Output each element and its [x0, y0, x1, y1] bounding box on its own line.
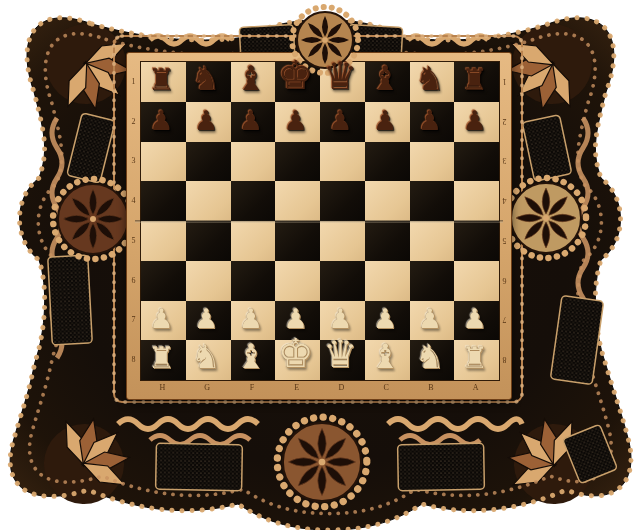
stippled-panel-bottom-right [398, 443, 485, 490]
file-label-c: C [364, 383, 409, 392]
piece-light-pawn-e7[interactable]: ♟ [273, 293, 318, 333]
square-c4[interactable] [365, 181, 410, 221]
piece-light-rook-h8[interactable]: ♜ [139, 333, 184, 373]
piece-light-pawn-f7[interactable]: ♟ [229, 293, 274, 333]
square-a5[interactable] [454, 221, 499, 261]
square-a3[interactable] [454, 142, 499, 182]
piece-dark-rook-h1[interactable]: ♜ [139, 55, 184, 95]
file-label-b: B [409, 383, 454, 392]
square-g3[interactable] [186, 142, 231, 182]
square-c5[interactable] [365, 221, 410, 261]
piece-dark-pawn-g2[interactable]: ♟ [184, 95, 229, 135]
square-b4[interactable] [410, 181, 455, 221]
piece-dark-pawn-h2[interactable]: ♟ [139, 95, 184, 135]
square-f3[interactable] [231, 142, 276, 182]
piece-dark-bishop-f1[interactable]: ♝ [229, 55, 274, 95]
square-f4[interactable] [231, 181, 276, 221]
piece-dark-pawn-a2[interactable]: ♟ [452, 95, 497, 135]
piece-dark-knight-b1[interactable]: ♞ [408, 55, 453, 95]
piece-dark-pawn-d2[interactable]: ♟ [318, 95, 363, 135]
piece-light-king-e8[interactable]: ♚ [273, 333, 318, 373]
square-c3[interactable] [365, 142, 410, 182]
stippled-panel-left-lower [48, 255, 93, 345]
file-label-h: H [140, 383, 185, 392]
rank-label-left-3: 3 [127, 156, 140, 165]
board-fold-seam [135, 220, 503, 223]
piece-dark-bishop-c1[interactable]: ♝ [363, 55, 408, 95]
piece-light-rook-a8[interactable]: ♜ [452, 333, 497, 373]
piece-light-bishop-c8[interactable]: ♝ [363, 333, 408, 373]
piece-light-pawn-d7[interactable]: ♟ [318, 293, 363, 333]
square-h5[interactable] [141, 221, 186, 261]
file-label-a: A [453, 383, 498, 392]
piece-dark-king-e1[interactable]: ♚ [273, 55, 318, 95]
square-h4[interactable] [141, 181, 186, 221]
piece-light-pawn-b7[interactable]: ♟ [408, 293, 453, 333]
file-label-g: G [185, 383, 230, 392]
file-label-d: D [319, 383, 364, 392]
square-d3[interactable] [320, 142, 365, 182]
square-f5[interactable] [231, 221, 276, 261]
rank-label-left-5: 5 [127, 236, 140, 245]
rank-label-left-6: 6 [127, 276, 140, 285]
piece-light-pawn-c7[interactable]: ♟ [363, 293, 408, 333]
piece-dark-pawn-e2[interactable]: ♟ [273, 95, 318, 135]
piece-light-knight-b8[interactable]: ♞ [408, 333, 453, 373]
piece-light-knight-g8[interactable]: ♞ [184, 333, 229, 373]
square-a4[interactable] [454, 181, 499, 221]
square-d5[interactable] [320, 221, 365, 261]
square-b5[interactable] [410, 221, 455, 261]
square-e5[interactable] [275, 221, 320, 261]
piece-light-bishop-f8[interactable]: ♝ [229, 333, 274, 373]
square-g4[interactable] [186, 181, 231, 221]
piece-dark-pawn-c2[interactable]: ♟ [363, 95, 408, 135]
square-g5[interactable] [186, 221, 231, 261]
piece-dark-pawn-b2[interactable]: ♟ [408, 95, 453, 135]
piece-dark-rook-a1[interactable]: ♜ [452, 55, 497, 95]
piece-light-pawn-a7[interactable]: ♟ [452, 293, 497, 333]
carved-chess-set-photo: 1234567812345678HGFEDCBA ♜♞♝♚♛♝♞♜♟♟♟♟♟♟♟… [0, 0, 640, 530]
square-e3[interactable] [275, 142, 320, 182]
square-d4[interactable] [320, 181, 365, 221]
file-label-f: F [230, 383, 275, 392]
piece-dark-pawn-f2[interactable]: ♟ [229, 95, 274, 135]
rank-label-left-4: 4 [127, 196, 140, 205]
piece-light-queen-d8[interactable]: ♛ [318, 333, 363, 373]
piece-dark-queen-d1[interactable]: ♛ [318, 55, 363, 95]
piece-dark-knight-g1[interactable]: ♞ [184, 55, 229, 95]
square-e4[interactable] [275, 181, 320, 221]
stippled-panel-bottom-left [156, 443, 243, 490]
piece-light-pawn-g7[interactable]: ♟ [184, 293, 229, 333]
piece-light-pawn-h7[interactable]: ♟ [139, 293, 184, 333]
square-h3[interactable] [141, 142, 186, 182]
file-label-e: E [274, 383, 319, 392]
square-b3[interactable] [410, 142, 455, 182]
